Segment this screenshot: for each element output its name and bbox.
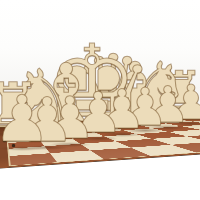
piece-shadow [0,146,45,151]
white-pawn-h2[interactable]: ♟ [0,87,51,151]
pieces-layer: ♜♞♝♚♛♝♞♜♟♟♟♟♟♟♟♟ [0,0,200,200]
chess-set-photo: ♜♞♝♚♛♝♞♜♟♟♟♟♟♟♟♟ [0,0,200,200]
